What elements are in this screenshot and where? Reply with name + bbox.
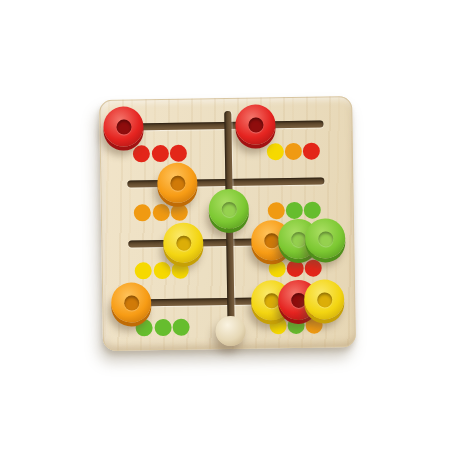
hint-dot-orange (133, 204, 150, 221)
hint-dot-yellow (153, 261, 170, 278)
hint-dot-red (169, 144, 186, 161)
hint-dot-green (285, 201, 302, 218)
peg-orange[interactable] (111, 282, 152, 323)
hint-dot-red (132, 145, 149, 162)
product-photo (0, 0, 458, 458)
peg-orange[interactable] (157, 162, 198, 203)
hint-dot-red (286, 259, 303, 276)
hint-dot-red (302, 142, 319, 159)
hint-dot-orange (170, 203, 187, 220)
hint-dot-yellow (266, 143, 283, 160)
hint-dot-green (303, 201, 320, 218)
peg-yellow[interactable] (304, 279, 345, 320)
hint-dot-yellow (268, 260, 285, 277)
wooden-ball[interactable] (215, 316, 245, 346)
hint-dot-green (154, 318, 171, 335)
hint-dot-green (172, 318, 189, 335)
hint-dot-red (304, 259, 321, 276)
hint-dot-orange (152, 203, 169, 220)
peg-red[interactable] (103, 106, 144, 147)
hint-dot-yellow (134, 262, 151, 279)
peg-red[interactable] (235, 104, 276, 145)
hint-dot-orange (284, 142, 301, 159)
hint-dot-red (151, 144, 168, 161)
hint-dot-yellow (171, 261, 188, 278)
hint-dot-orange (267, 202, 284, 219)
peg-green[interactable] (208, 189, 249, 230)
puzzle-board (99, 96, 356, 351)
peg-yellow[interactable] (163, 222, 204, 263)
peg-green[interactable] (305, 218, 346, 259)
